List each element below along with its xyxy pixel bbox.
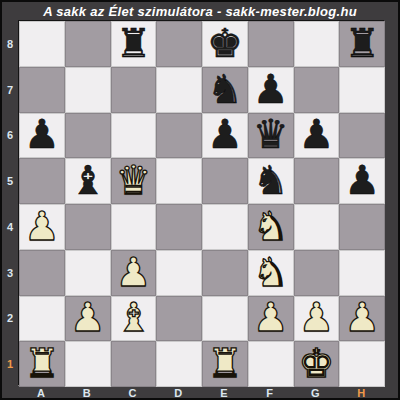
square-e2[interactable] [202, 296, 248, 342]
square-c1[interactable] [111, 341, 157, 387]
black-pawn-e6[interactable]: ♟ [207, 114, 243, 154]
square-a7[interactable] [19, 67, 65, 113]
square-g2[interactable]: ♟ [294, 296, 340, 342]
chess-diagram-window: A sakk az Élet szimulátora - sakk-mester… [0, 0, 400, 400]
square-c7[interactable] [111, 67, 157, 113]
square-d1[interactable] [156, 341, 202, 387]
square-b6[interactable] [65, 113, 111, 159]
square-d7[interactable] [156, 67, 202, 113]
file-label-d: D [155, 387, 201, 399]
white-pawn-f2[interactable]: ♟ [253, 297, 289, 337]
square-c8[interactable]: ♜ [111, 21, 157, 67]
black-pawn-f7[interactable]: ♟ [253, 69, 289, 109]
square-f2[interactable]: ♟ [248, 296, 294, 342]
square-b5[interactable]: ♝ [65, 158, 111, 204]
white-pawn-g2[interactable]: ♟ [298, 297, 334, 337]
square-f1[interactable] [248, 341, 294, 387]
file-label-b: B [64, 387, 110, 399]
square-e7[interactable]: ♞ [202, 67, 248, 113]
white-knight-f4[interactable]: ♞ [253, 206, 289, 246]
square-c4[interactable] [111, 204, 157, 250]
square-h1[interactable] [339, 341, 385, 387]
file-label-e: E [201, 387, 247, 399]
square-f8[interactable] [248, 21, 294, 67]
white-pawn-a4[interactable]: ♟ [24, 206, 60, 246]
square-h8[interactable]: ♜ [339, 21, 385, 67]
square-d4[interactable] [156, 204, 202, 250]
file-label-f: F [247, 387, 293, 399]
square-e6[interactable]: ♟ [202, 113, 248, 159]
rank-label-2: 2 [2, 296, 18, 342]
white-pawn-h2[interactable]: ♟ [344, 297, 380, 337]
square-a3[interactable] [19, 250, 65, 296]
square-b8[interactable] [65, 21, 111, 67]
square-d5[interactable] [156, 158, 202, 204]
rank-label-7: 7 [2, 67, 18, 113]
square-h3[interactable] [339, 250, 385, 296]
rank-label-8: 8 [2, 21, 18, 67]
file-labels: ABCDEFGH [2, 387, 398, 399]
square-f6[interactable]: ♛ [248, 113, 294, 159]
black-pawn-h5[interactable]: ♟ [344, 160, 380, 200]
black-bishop-b5[interactable]: ♝ [70, 160, 106, 200]
file-label-c: C [110, 387, 156, 399]
white-queen-c5[interactable]: ♛ [115, 160, 151, 200]
square-h2[interactable]: ♟ [339, 296, 385, 342]
black-pawn-g6[interactable]: ♟ [298, 114, 334, 154]
square-e3[interactable] [202, 250, 248, 296]
file-label-a: A [18, 387, 64, 399]
white-rook-a1[interactable]: ♜ [24, 343, 60, 383]
square-g5[interactable] [294, 158, 340, 204]
rank-label-4: 4 [2, 204, 18, 250]
rank-label-1: 1 [2, 341, 18, 387]
square-f5[interactable]: ♞ [248, 158, 294, 204]
black-rook-h8[interactable]: ♜ [344, 23, 380, 63]
square-c2[interactable]: ♝ [111, 296, 157, 342]
square-e8[interactable]: ♚ [202, 21, 248, 67]
square-c3[interactable]: ♟ [111, 250, 157, 296]
square-f3[interactable]: ♞ [248, 250, 294, 296]
square-g3[interactable] [294, 250, 340, 296]
square-d3[interactable] [156, 250, 202, 296]
square-g1[interactable]: ♚ [294, 341, 340, 387]
square-g4[interactable] [294, 204, 340, 250]
square-d6[interactable] [156, 113, 202, 159]
square-b2[interactable]: ♟ [65, 296, 111, 342]
square-b7[interactable] [65, 67, 111, 113]
file-label-g: G [293, 387, 339, 399]
square-h6[interactable] [339, 113, 385, 159]
square-b3[interactable] [65, 250, 111, 296]
square-a8[interactable] [19, 21, 65, 67]
rank-label-5: 5 [2, 158, 18, 204]
white-pawn-b2[interactable]: ♟ [70, 297, 106, 337]
square-c5[interactable]: ♛ [111, 158, 157, 204]
rank-label-6: 6 [2, 113, 18, 159]
square-f4[interactable]: ♞ [248, 204, 294, 250]
square-f7[interactable]: ♟ [248, 67, 294, 113]
square-h4[interactable] [339, 204, 385, 250]
black-pawn-a6[interactable]: ♟ [24, 114, 60, 154]
square-b4[interactable] [65, 204, 111, 250]
title-bar: A sakk az Élet szimulátora - sakk-mester… [2, 2, 398, 20]
square-b1[interactable] [65, 341, 111, 387]
black-queen-f6[interactable]: ♛ [253, 114, 289, 154]
chess-board: ♜♚♜♞♟♟♟♛♟♝♛♞♟♟♞♟♞♟♝♟♟♟♜♜♚ [18, 20, 384, 386]
black-knight-e7[interactable]: ♞ [207, 69, 243, 109]
square-d2[interactable] [156, 296, 202, 342]
square-e4[interactable] [202, 204, 248, 250]
page-title: A sakk az Élet szimulátora - sakk-mester… [43, 4, 357, 19]
black-knight-f5[interactable]: ♞ [253, 160, 289, 200]
square-e5[interactable] [202, 158, 248, 204]
square-a6[interactable]: ♟ [19, 113, 65, 159]
white-pawn-c3[interactable]: ♟ [115, 252, 151, 292]
square-g6[interactable]: ♟ [294, 113, 340, 159]
board-area: 87654321 ♜♚♜♞♟♟♟♛♟♝♛♞♟♟♞♟♞♟♝♟♟♟♜♜♚ [2, 20, 398, 387]
square-a2[interactable] [19, 296, 65, 342]
square-a5[interactable] [19, 158, 65, 204]
square-d8[interactable] [156, 21, 202, 67]
square-g8[interactable] [294, 21, 340, 67]
white-bishop-c2[interactable]: ♝ [115, 297, 151, 337]
white-knight-f3[interactable]: ♞ [253, 252, 289, 292]
white-king-g1[interactable]: ♚ [298, 343, 334, 383]
white-rook-e1[interactable]: ♜ [207, 343, 243, 383]
square-a4[interactable]: ♟ [19, 204, 65, 250]
square-h7[interactable] [339, 67, 385, 113]
file-label-h: H [338, 387, 384, 399]
rank-label-3: 3 [2, 250, 18, 296]
black-king-e8[interactable]: ♚ [207, 23, 243, 63]
square-a1[interactable]: ♜ [19, 341, 65, 387]
square-c6[interactable] [111, 113, 157, 159]
rank-labels: 87654321 [2, 20, 18, 387]
square-h5[interactable]: ♟ [339, 158, 385, 204]
square-g7[interactable] [294, 67, 340, 113]
square-e1[interactable]: ♜ [202, 341, 248, 387]
black-rook-c8[interactable]: ♜ [115, 23, 151, 63]
